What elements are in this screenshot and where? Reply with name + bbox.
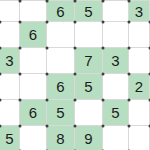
cell-r2c5[interactable] — [103, 22, 129, 48]
cell-r2c1[interactable] — [0, 22, 20, 48]
cell-r5c3[interactable]: 5 — [47, 100, 75, 126]
cell-r6c6[interactable] — [129, 126, 150, 150]
cell-r3c1[interactable]: 3 — [0, 48, 20, 74]
cell-r4c5[interactable] — [103, 74, 129, 100]
cell-r6c1[interactable]: 5 — [0, 126, 20, 150]
cell-r1c6[interactable]: 3 — [129, 1, 150, 22]
cell-r5c5[interactable]: 5 — [103, 100, 129, 126]
cell-r3c3[interactable] — [47, 48, 75, 74]
cell-r5c1[interactable] — [0, 100, 20, 126]
cell-r6c3[interactable]: 8 — [47, 126, 75, 150]
cell-r2c4[interactable] — [75, 22, 103, 48]
cell-r4c2[interactable] — [20, 74, 47, 100]
cell-r1c4[interactable]: 5 — [75, 1, 103, 22]
cell-r6c5[interactable] — [103, 126, 129, 150]
cell-r3c2[interactable] — [20, 48, 47, 74]
cell-r3c4[interactable]: 7 — [75, 48, 103, 74]
cell-r1c5[interactable] — [103, 1, 129, 22]
puzzle-board: 6536373652655589 — [0, 0, 150, 150]
cell-r2c3[interactable] — [47, 22, 75, 48]
cell-r2c6[interactable] — [129, 22, 150, 48]
cell-r3c6[interactable] — [129, 48, 150, 74]
cell-r6c4[interactable]: 9 — [75, 126, 103, 150]
cell-r5c2[interactable]: 6 — [20, 100, 47, 126]
cell-r5c4[interactable] — [75, 100, 103, 126]
cell-r3c5[interactable]: 3 — [103, 48, 129, 74]
cell-r6c2[interactable] — [20, 126, 47, 150]
cell-r4c3[interactable]: 6 — [47, 74, 75, 100]
cell-r4c4[interactable]: 5 — [75, 74, 103, 100]
cell-r5c6[interactable] — [129, 100, 150, 126]
cell-r4c1[interactable] — [0, 74, 20, 100]
cell-r1c2[interactable] — [20, 1, 47, 22]
cell-r1c1[interactable] — [0, 1, 20, 22]
cell-r1c3[interactable]: 6 — [47, 1, 75, 22]
cell-r4c6[interactable]: 2 — [129, 74, 150, 100]
cell-r2c2[interactable]: 6 — [20, 22, 47, 48]
